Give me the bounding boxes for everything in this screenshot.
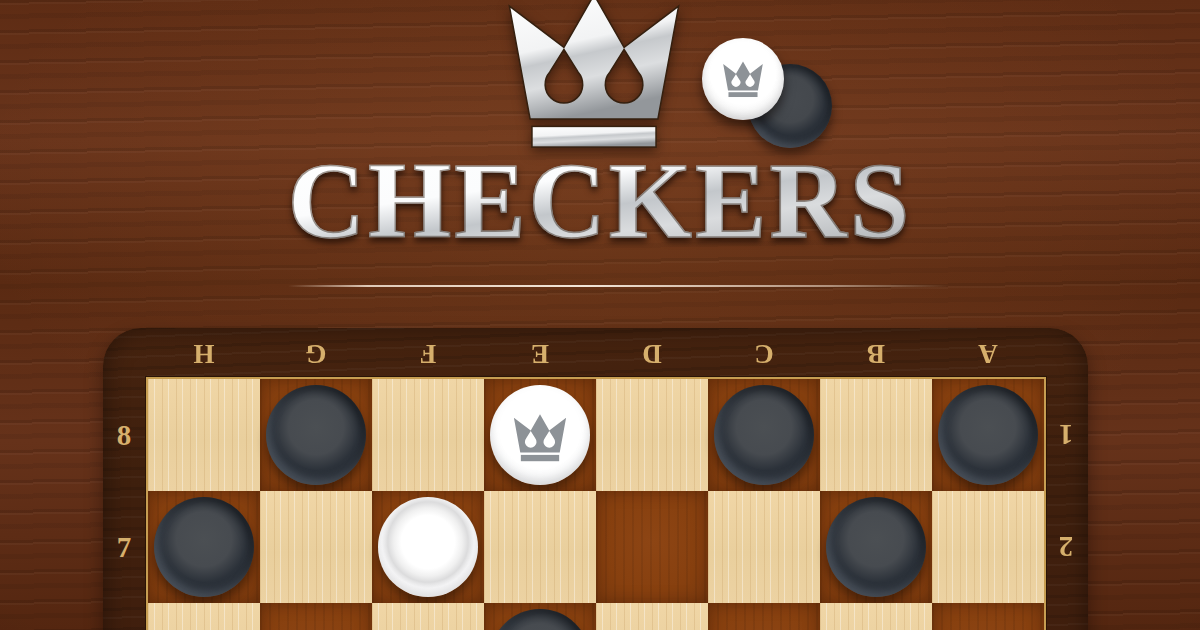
square-c6[interactable] <box>708 603 820 630</box>
rank-labels-left: 87 <box>102 379 146 603</box>
crown-icon <box>721 58 765 100</box>
file-label-d: D <box>596 330 708 377</box>
square-e6[interactable] <box>484 603 596 630</box>
square-f8[interactable] <box>372 379 484 491</box>
piece-white-man[interactable] <box>378 497 478 597</box>
checkers-board <box>146 377 1046 630</box>
square-c7[interactable] <box>708 491 820 603</box>
rank-label-2: 2 <box>1044 491 1088 603</box>
square-g7[interactable] <box>260 491 372 603</box>
rank-labels-right: 12 <box>1044 379 1088 603</box>
square-h7[interactable] <box>148 491 260 603</box>
square-a7[interactable] <box>932 491 1044 603</box>
piece-white-king[interactable] <box>490 385 590 485</box>
square-g6[interactable] <box>260 603 372 630</box>
square-d6[interactable] <box>596 603 708 630</box>
crown-logo-icon <box>500 0 688 150</box>
file-label-f: F <box>372 330 484 377</box>
square-d7[interactable] <box>596 491 708 603</box>
game-title: CHECKERS <box>0 148 1200 255</box>
square-a8[interactable] <box>932 379 1044 491</box>
square-h8[interactable] <box>148 379 260 491</box>
square-c8[interactable] <box>708 379 820 491</box>
checkers-title-screen: { "game": "checkers", "title": { "text":… <box>0 0 1200 630</box>
square-b8[interactable] <box>820 379 932 491</box>
square-e8[interactable] <box>484 379 596 491</box>
square-e7[interactable] <box>484 491 596 603</box>
file-label-e: E <box>484 330 596 377</box>
rank-label-7: 7 <box>102 491 146 603</box>
rank-label-8: 8 <box>102 379 146 491</box>
crown-icon <box>511 410 569 465</box>
file-label-b: B <box>820 330 932 377</box>
file-label-h: H <box>148 330 260 377</box>
square-d8[interactable] <box>596 379 708 491</box>
square-b7[interactable] <box>820 491 932 603</box>
square-h6[interactable] <box>148 603 260 630</box>
file-label-c: C <box>708 330 820 377</box>
hero-white-king-checker <box>702 38 784 120</box>
square-f7[interactable] <box>372 491 484 603</box>
square-f6[interactable] <box>372 603 484 630</box>
piece-black-man[interactable] <box>714 385 814 485</box>
piece-black-man[interactable] <box>826 497 926 597</box>
piece-black-man[interactable] <box>266 385 366 485</box>
file-label-a: A <box>932 330 1044 377</box>
piece-black-man[interactable] <box>154 497 254 597</box>
square-g8[interactable] <box>260 379 372 491</box>
piece-black-man[interactable] <box>938 385 1038 485</box>
rank-label-1: 1 <box>1044 379 1088 491</box>
title-divider <box>288 285 950 287</box>
file-label-g: G <box>260 330 372 377</box>
piece-black-man[interactable] <box>490 609 590 630</box>
square-a6[interactable] <box>932 603 1044 630</box>
square-b6[interactable] <box>820 603 932 630</box>
file-labels: HGFEDCBA <box>148 330 1044 377</box>
